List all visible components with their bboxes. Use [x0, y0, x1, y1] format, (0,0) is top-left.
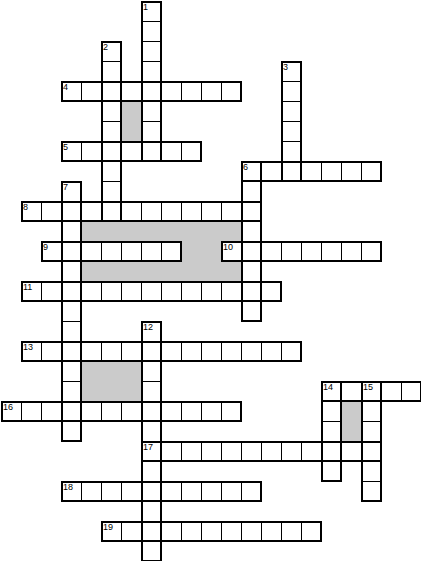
cell[interactable] — [261, 521, 282, 542]
cell[interactable] — [81, 141, 102, 162]
cell[interactable] — [41, 341, 62, 362]
cell[interactable] — [201, 401, 222, 422]
cell[interactable] — [141, 461, 162, 482]
cell[interactable] — [141, 61, 162, 82]
cell[interactable] — [21, 201, 42, 222]
cell[interactable] — [181, 281, 202, 302]
cell[interactable] — [101, 121, 122, 142]
shaded-cell — [121, 121, 142, 142]
shaded-cell — [81, 381, 102, 402]
cell[interactable] — [141, 241, 162, 262]
shaded-cell — [221, 221, 242, 242]
cell[interactable] — [61, 181, 82, 202]
cell[interactable] — [181, 141, 202, 162]
cell[interactable] — [241, 341, 262, 362]
shaded-cell — [101, 381, 122, 402]
cell[interactable] — [361, 241, 382, 262]
shaded-cell — [101, 361, 122, 382]
cell[interactable] — [141, 521, 162, 542]
shaded-cell — [101, 221, 122, 242]
shaded-cell — [161, 221, 182, 242]
cell[interactable] — [181, 81, 202, 102]
cell[interactable] — [281, 241, 302, 262]
cell[interactable] — [141, 381, 162, 402]
shaded-cell — [341, 421, 362, 442]
cell[interactable] — [161, 481, 182, 502]
cell[interactable] — [301, 521, 322, 542]
cell[interactable] — [261, 441, 282, 462]
shaded-cell — [81, 361, 102, 382]
cell[interactable] — [101, 281, 122, 302]
cell[interactable] — [221, 441, 242, 462]
shaded-cell — [161, 261, 182, 282]
shaded-cell — [181, 241, 202, 262]
cell[interactable] — [161, 401, 182, 422]
cell[interactable] — [61, 241, 82, 262]
cell[interactable] — [61, 261, 82, 282]
cell[interactable] — [361, 381, 382, 402]
cell[interactable] — [281, 121, 302, 142]
cell[interactable] — [301, 161, 322, 182]
cell[interactable] — [341, 241, 362, 262]
cell[interactable] — [161, 341, 182, 362]
cell[interactable] — [101, 401, 122, 422]
shaded-cell — [141, 221, 162, 242]
cell[interactable] — [141, 401, 162, 422]
cell[interactable] — [81, 241, 102, 262]
cell[interactable] — [281, 441, 302, 462]
cell[interactable] — [261, 341, 282, 362]
cell[interactable] — [41, 281, 62, 302]
cell[interactable] — [201, 521, 222, 542]
cell[interactable] — [221, 241, 242, 262]
crossword-grid: 12345678910111213141516171819 — [0, 0, 421, 561]
cell[interactable] — [121, 341, 142, 362]
cell[interactable] — [241, 201, 262, 222]
cell[interactable] — [101, 201, 122, 222]
cell[interactable] — [141, 361, 162, 382]
cell[interactable] — [101, 241, 122, 262]
cell[interactable] — [61, 81, 82, 102]
cell[interactable] — [61, 141, 82, 162]
shaded-cell — [101, 261, 122, 282]
cell[interactable] — [321, 421, 342, 442]
shaded-cell — [121, 381, 142, 402]
shaded-cell — [181, 221, 202, 242]
cell[interactable] — [241, 221, 262, 242]
cell[interactable] — [301, 241, 322, 262]
shaded-cell — [81, 261, 102, 282]
cell[interactable] — [161, 281, 182, 302]
cell[interactable] — [181, 441, 202, 462]
cell[interactable] — [21, 401, 42, 422]
cell[interactable] — [201, 281, 222, 302]
cell[interactable] — [241, 281, 262, 302]
cell[interactable] — [221, 201, 242, 222]
cell[interactable] — [101, 41, 122, 62]
cell[interactable] — [281, 161, 302, 182]
cell[interactable] — [41, 401, 62, 422]
cell[interactable] — [261, 241, 282, 262]
cell[interactable] — [101, 61, 122, 82]
cell[interactable] — [181, 481, 202, 502]
cell[interactable] — [121, 401, 142, 422]
cell[interactable] — [221, 281, 242, 302]
cell[interactable] — [261, 281, 282, 302]
cell[interactable] — [61, 481, 82, 502]
cell[interactable] — [101, 521, 122, 542]
cell[interactable] — [21, 281, 42, 302]
cell[interactable] — [161, 521, 182, 542]
shaded-cell — [141, 261, 162, 282]
cell[interactable] — [341, 381, 362, 402]
shaded-cell — [121, 361, 142, 382]
cell[interactable] — [201, 441, 222, 462]
cell[interactable] — [321, 161, 342, 182]
cell[interactable] — [1, 401, 22, 422]
cell[interactable] — [121, 241, 142, 262]
cell[interactable] — [281, 141, 302, 162]
cell[interactable] — [121, 141, 142, 162]
cell[interactable] — [121, 481, 142, 502]
cell[interactable] — [141, 541, 162, 561]
cell[interactable] — [361, 161, 382, 182]
cell[interactable] — [101, 161, 122, 182]
cell[interactable] — [321, 381, 342, 402]
cell[interactable] — [101, 141, 122, 162]
cell[interactable] — [141, 501, 162, 522]
cell[interactable] — [321, 401, 342, 422]
cell[interactable] — [301, 441, 322, 462]
cell[interactable] — [221, 81, 242, 102]
cell[interactable] — [61, 201, 82, 222]
cell[interactable] — [321, 241, 342, 262]
cell[interactable] — [61, 321, 82, 342]
cell[interactable] — [141, 481, 162, 502]
cell[interactable] — [141, 441, 162, 462]
cell[interactable] — [361, 421, 382, 442]
cell[interactable] — [121, 81, 142, 102]
cell[interactable] — [201, 81, 222, 102]
cell[interactable] — [161, 141, 182, 162]
cell[interactable] — [141, 21, 162, 42]
cell[interactable] — [141, 1, 162, 22]
cell[interactable] — [141, 421, 162, 442]
cell[interactable] — [321, 461, 342, 482]
cell[interactable] — [61, 381, 82, 402]
cell[interactable] — [241, 301, 262, 322]
cell[interactable] — [141, 141, 162, 162]
cell[interactable] — [41, 241, 62, 262]
cell[interactable] — [241, 481, 262, 502]
cell[interactable] — [101, 181, 122, 202]
cell[interactable] — [81, 401, 102, 422]
cell[interactable] — [181, 201, 202, 222]
shaded-cell — [81, 221, 102, 242]
cell[interactable] — [81, 201, 102, 222]
cell[interactable] — [121, 521, 142, 542]
cell[interactable] — [81, 281, 102, 302]
shaded-cell — [341, 401, 362, 422]
cell[interactable] — [281, 521, 302, 542]
cell[interactable] — [141, 81, 162, 102]
cell[interactable] — [121, 281, 142, 302]
cell[interactable] — [361, 481, 382, 502]
cell[interactable] — [81, 481, 102, 502]
cell[interactable] — [241, 261, 262, 282]
shaded-cell — [121, 101, 142, 122]
cell[interactable] — [221, 401, 242, 422]
cell[interactable] — [61, 301, 82, 322]
cell[interactable] — [141, 321, 162, 342]
cell[interactable] — [261, 161, 282, 182]
cell[interactable] — [141, 41, 162, 62]
cell[interactable] — [141, 281, 162, 302]
cell[interactable] — [141, 101, 162, 122]
cell[interactable] — [161, 81, 182, 102]
cell[interactable] — [161, 441, 182, 462]
cell[interactable] — [181, 341, 202, 362]
cell[interactable] — [141, 201, 162, 222]
cell[interactable] — [101, 341, 122, 362]
cell[interactable] — [61, 421, 82, 442]
cell[interactable] — [61, 221, 82, 242]
cell[interactable] — [341, 161, 362, 182]
cell[interactable] — [181, 521, 202, 542]
cell[interactable] — [61, 341, 82, 362]
shaded-cell — [181, 261, 202, 282]
cell[interactable] — [201, 341, 222, 362]
cell[interactable] — [61, 401, 82, 422]
cell[interactable] — [161, 201, 182, 222]
cell[interactable] — [181, 401, 202, 422]
cell[interactable] — [81, 81, 102, 102]
cell[interactable] — [281, 61, 302, 82]
cell[interactable] — [361, 461, 382, 482]
cell[interactable] — [141, 341, 162, 362]
cell[interactable] — [81, 341, 102, 362]
cell[interactable] — [281, 101, 302, 122]
cell[interactable] — [201, 201, 222, 222]
cell[interactable] — [21, 341, 42, 362]
cell[interactable] — [101, 101, 122, 122]
cell[interactable] — [321, 441, 342, 462]
cell[interactable] — [41, 201, 62, 222]
cell[interactable] — [61, 281, 82, 302]
cell[interactable] — [101, 481, 122, 502]
cell[interactable] — [241, 181, 262, 202]
cell[interactable] — [221, 341, 242, 362]
cell[interactable] — [221, 521, 242, 542]
cell[interactable] — [241, 161, 262, 182]
cell[interactable] — [361, 401, 382, 422]
cell[interactable] — [221, 481, 242, 502]
cell[interactable] — [241, 441, 262, 462]
shaded-cell — [201, 221, 222, 242]
cell[interactable] — [281, 81, 302, 102]
cell[interactable] — [401, 381, 421, 402]
shaded-cell — [221, 261, 242, 282]
cell[interactable] — [61, 361, 82, 382]
cell[interactable] — [201, 481, 222, 502]
cell[interactable] — [281, 341, 302, 362]
cell[interactable] — [141, 121, 162, 142]
shaded-cell — [201, 241, 222, 262]
cell[interactable] — [341, 441, 362, 462]
cell[interactable] — [361, 441, 382, 462]
cell[interactable] — [241, 521, 262, 542]
cell[interactable] — [121, 201, 142, 222]
cell[interactable] — [161, 241, 182, 262]
shaded-cell — [121, 261, 142, 282]
cell[interactable] — [381, 381, 402, 402]
shaded-cell — [121, 221, 142, 242]
shaded-cell — [201, 261, 222, 282]
cell[interactable] — [101, 81, 122, 102]
cell[interactable] — [241, 241, 262, 262]
